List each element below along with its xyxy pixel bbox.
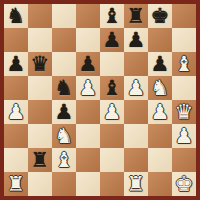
square-d3[interactable]	[76, 124, 100, 148]
white-pawn-piece[interactable]: ♟	[175, 124, 194, 148]
white-bishop-piece[interactable]: ♝	[55, 148, 74, 172]
square-f1[interactable]: ♜	[124, 172, 148, 196]
white-pawn-piece[interactable]: ♟	[79, 76, 98, 100]
square-f7[interactable]: ♟	[124, 28, 148, 52]
black-bishop-piece[interactable]: ♝	[103, 4, 122, 28]
square-e2[interactable]	[100, 148, 124, 172]
black-king-piece[interactable]: ♚	[151, 4, 170, 28]
square-d2[interactable]	[76, 148, 100, 172]
white-knight-piece[interactable]: ♞	[151, 76, 170, 100]
square-e1[interactable]	[100, 172, 124, 196]
white-pawn-piece[interactable]: ♟	[151, 100, 170, 124]
square-f5[interactable]: ♟	[124, 76, 148, 100]
square-f4[interactable]	[124, 100, 148, 124]
square-a4[interactable]: ♟	[4, 100, 28, 124]
square-b2[interactable]: ♜	[28, 148, 52, 172]
square-a1[interactable]: ♜	[4, 172, 28, 196]
square-h2[interactable]	[172, 148, 196, 172]
square-h7[interactable]	[172, 28, 196, 52]
chess-board-frame: ♞♝♜♚♟♟♟♛♟♟♝♞♟♝♟♞♟♟♟♟♛♞♟♜♝♜♜♚	[0, 0, 200, 200]
chess-board: ♞♝♜♚♟♟♟♛♟♟♝♞♟♝♟♞♟♟♟♟♛♞♟♜♝♜♜♚	[4, 4, 196, 196]
black-pawn-piece[interactable]: ♟	[103, 28, 122, 52]
square-f3[interactable]	[124, 124, 148, 148]
square-c7[interactable]	[52, 28, 76, 52]
square-a5[interactable]	[4, 76, 28, 100]
square-a3[interactable]	[4, 124, 28, 148]
white-pawn-piece[interactable]: ♟	[103, 100, 122, 124]
square-g2[interactable]	[148, 148, 172, 172]
square-e8[interactable]: ♝	[100, 4, 124, 28]
white-queen-piece[interactable]: ♛	[175, 100, 194, 124]
white-rook-piece[interactable]: ♜	[7, 172, 26, 196]
square-c2[interactable]: ♝	[52, 148, 76, 172]
square-g8[interactable]: ♚	[148, 4, 172, 28]
square-g7[interactable]	[148, 28, 172, 52]
square-e7[interactable]: ♟	[100, 28, 124, 52]
square-h3[interactable]: ♟	[172, 124, 196, 148]
square-a7[interactable]	[4, 28, 28, 52]
square-b1[interactable]	[28, 172, 52, 196]
square-g3[interactable]	[148, 124, 172, 148]
square-b6[interactable]: ♛	[28, 52, 52, 76]
square-d1[interactable]	[76, 172, 100, 196]
square-c3[interactable]: ♞	[52, 124, 76, 148]
square-e6[interactable]	[100, 52, 124, 76]
square-b8[interactable]	[28, 4, 52, 28]
black-pawn-piece[interactable]: ♟	[151, 52, 170, 76]
square-f6[interactable]	[124, 52, 148, 76]
black-bishop-piece[interactable]: ♝	[103, 76, 122, 100]
white-king-piece[interactable]: ♚	[175, 172, 194, 196]
square-g6[interactable]: ♟	[148, 52, 172, 76]
square-g1[interactable]	[148, 172, 172, 196]
black-pawn-piece[interactable]: ♟	[127, 28, 146, 52]
square-h5[interactable]	[172, 76, 196, 100]
square-a8[interactable]: ♞	[4, 4, 28, 28]
square-e3[interactable]	[100, 124, 124, 148]
square-b7[interactable]	[28, 28, 52, 52]
square-c6[interactable]	[52, 52, 76, 76]
square-c8[interactable]	[52, 4, 76, 28]
square-d6[interactable]: ♟	[76, 52, 100, 76]
square-f8[interactable]: ♜	[124, 4, 148, 28]
square-c5[interactable]: ♞	[52, 76, 76, 100]
square-b3[interactable]	[28, 124, 52, 148]
white-rook-piece[interactable]: ♜	[127, 172, 146, 196]
square-d4[interactable]	[76, 100, 100, 124]
square-b4[interactable]	[28, 100, 52, 124]
black-queen-piece[interactable]: ♛	[31, 52, 50, 76]
black-rook-piece[interactable]: ♜	[127, 4, 146, 28]
square-c1[interactable]	[52, 172, 76, 196]
square-d8[interactable]	[76, 4, 100, 28]
square-h4[interactable]: ♛	[172, 100, 196, 124]
square-a2[interactable]	[4, 148, 28, 172]
square-d5[interactable]: ♟	[76, 76, 100, 100]
black-pawn-piece[interactable]: ♟	[55, 100, 74, 124]
square-g4[interactable]: ♟	[148, 100, 172, 124]
square-e4[interactable]: ♟	[100, 100, 124, 124]
square-h1[interactable]: ♚	[172, 172, 196, 196]
square-g5[interactable]: ♞	[148, 76, 172, 100]
black-pawn-piece[interactable]: ♟	[79, 52, 98, 76]
square-h8[interactable]	[172, 4, 196, 28]
white-pawn-piece[interactable]: ♟	[127, 76, 146, 100]
white-pawn-piece[interactable]: ♟	[7, 100, 26, 124]
square-a6[interactable]: ♟	[4, 52, 28, 76]
square-e5[interactable]: ♝	[100, 76, 124, 100]
black-pawn-piece[interactable]: ♟	[7, 52, 26, 76]
white-knight-piece[interactable]: ♞	[55, 124, 74, 148]
white-bishop-piece[interactable]: ♝	[175, 52, 194, 76]
black-rook-piece[interactable]: ♜	[31, 148, 50, 172]
square-b5[interactable]	[28, 76, 52, 100]
square-f2[interactable]	[124, 148, 148, 172]
square-d7[interactable]	[76, 28, 100, 52]
square-h6[interactable]: ♝	[172, 52, 196, 76]
black-knight-piece[interactable]: ♞	[7, 4, 26, 28]
black-knight-piece[interactable]: ♞	[55, 76, 74, 100]
square-c4[interactable]: ♟	[52, 100, 76, 124]
